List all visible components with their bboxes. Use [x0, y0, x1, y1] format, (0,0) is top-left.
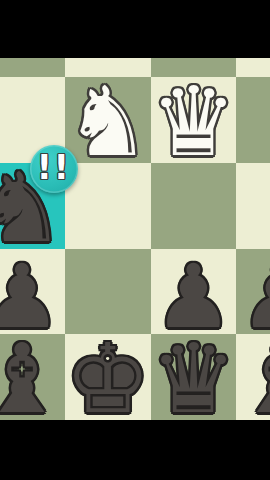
piece-glyph: ♟ — [240, 264, 270, 331]
black-pawn-d7[interactable]: ♟ — [151, 249, 237, 335]
chess-board: ♞♛♞♟♟♟♝♚♛♝!! — [0, 58, 270, 420]
black-queen-d8[interactable]: ♛ — [151, 334, 237, 420]
square-c4[interactable] — [236, 58, 270, 77]
square-e7[interactable] — [65, 249, 151, 335]
piece-glyph: ♛ — [150, 86, 236, 159]
piece-glyph: ♝ — [236, 343, 270, 416]
video-frame: ♞♛♞♟♟♟♝♚♛♝!! — [0, 0, 270, 480]
letterbox-top-bar — [0, 0, 270, 58]
black-bishop-c8[interactable]: ♝ — [236, 334, 270, 420]
piece-glyph: ♛ — [150, 343, 236, 416]
brilliant-move-badge-text: !! — [37, 151, 71, 184]
piece-glyph: ♟ — [154, 264, 233, 331]
piece-glyph: ♟ — [0, 264, 61, 331]
brilliant-move-badge: !! — [30, 145, 78, 193]
black-king-e8[interactable]: ♚ — [65, 334, 151, 420]
piece-glyph: ♚ — [65, 343, 151, 416]
letterbox-bottom-bar — [0, 420, 270, 480]
black-pawn-f7[interactable]: ♟ — [0, 249, 65, 335]
square-c5[interactable] — [236, 77, 270, 163]
piece-glyph: ♝ — [0, 343, 65, 416]
square-c6[interactable] — [236, 163, 270, 249]
piece-glyph: ♞ — [65, 86, 151, 159]
square-f4[interactable] — [0, 58, 65, 77]
white-knight-e5[interactable]: ♞ — [65, 77, 151, 163]
white-queen-d5[interactable]: ♛ — [151, 77, 237, 163]
black-pawn-c7[interactable]: ♟ — [236, 249, 270, 335]
black-bishop-f8[interactable]: ♝ — [0, 334, 65, 420]
